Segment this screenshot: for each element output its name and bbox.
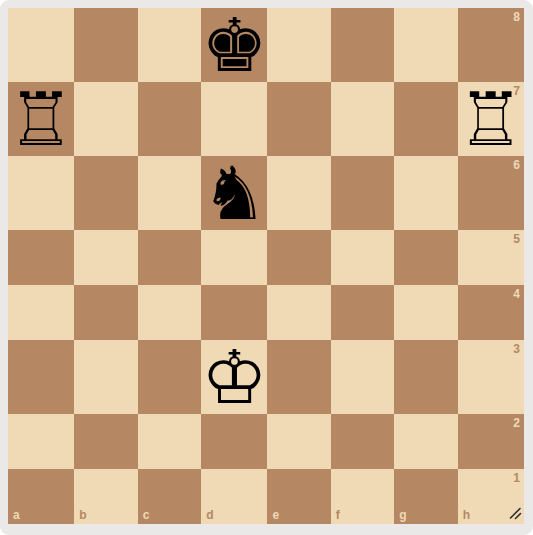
square-b1[interactable]: b <box>74 469 137 524</box>
square-g6[interactable] <box>394 156 457 230</box>
square-f5[interactable] <box>331 230 394 285</box>
square-h3[interactable]: 3 <box>458 340 524 414</box>
square-d3[interactable]: ♔ <box>201 340 267 414</box>
square-b7[interactable] <box>74 82 137 156</box>
square-e6[interactable] <box>267 156 330 230</box>
square-b8[interactable] <box>74 8 137 82</box>
square-c1[interactable]: c <box>138 469 201 524</box>
square-a1[interactable]: a <box>8 469 74 524</box>
square-f8[interactable] <box>331 8 394 82</box>
square-f4[interactable] <box>331 285 394 340</box>
coord-file-a: a <box>13 509 20 521</box>
resize-grip-icon <box>507 505 523 521</box>
square-f7[interactable] <box>331 82 394 156</box>
square-e2[interactable] <box>267 414 330 469</box>
coord-file-e: e <box>272 509 279 521</box>
piece-white-rook[interactable]: ♖ <box>8 82 74 156</box>
square-g5[interactable] <box>394 230 457 285</box>
piece-white-rook[interactable]: ♖ <box>458 82 524 156</box>
piece-white-king[interactable]: ♔ <box>201 340 267 414</box>
square-h8[interactable]: 8 <box>458 8 524 82</box>
coord-rank-4: 4 <box>513 288 520 300</box>
coord-rank-1: 1 <box>513 472 520 484</box>
coord-rank-5: 5 <box>513 233 520 245</box>
square-c8[interactable] <box>138 8 201 82</box>
square-f3[interactable] <box>331 340 394 414</box>
square-b3[interactable] <box>74 340 137 414</box>
square-d8[interactable]: ♚ <box>201 8 267 82</box>
coord-file-d: d <box>206 509 213 521</box>
square-f6[interactable] <box>331 156 394 230</box>
square-d2[interactable] <box>201 414 267 469</box>
square-f2[interactable] <box>331 414 394 469</box>
coord-rank-8: 8 <box>513 11 520 23</box>
square-h7[interactable]: 7♖ <box>458 82 524 156</box>
piece-black-king[interactable]: ♚ <box>201 8 267 82</box>
piece-black-knight[interactable]: ♞ <box>201 156 267 230</box>
square-g4[interactable] <box>394 285 457 340</box>
square-g8[interactable] <box>394 8 457 82</box>
square-c4[interactable] <box>138 285 201 340</box>
square-a5[interactable] <box>8 230 74 285</box>
square-d5[interactable] <box>201 230 267 285</box>
square-a8[interactable] <box>8 8 74 82</box>
coord-rank-3: 3 <box>513 343 520 355</box>
square-g2[interactable] <box>394 414 457 469</box>
square-e8[interactable] <box>267 8 330 82</box>
square-g7[interactable] <box>394 82 457 156</box>
coord-rank-2: 2 <box>513 417 520 429</box>
square-c5[interactable] <box>138 230 201 285</box>
square-h5[interactable]: 5 <box>458 230 524 285</box>
square-d4[interactable] <box>201 285 267 340</box>
square-h4[interactable]: 4 <box>458 285 524 340</box>
square-h6[interactable]: 6 <box>458 156 524 230</box>
square-g3[interactable] <box>394 340 457 414</box>
square-b6[interactable] <box>74 156 137 230</box>
square-d7[interactable] <box>201 82 267 156</box>
square-c2[interactable] <box>138 414 201 469</box>
square-e7[interactable] <box>267 82 330 156</box>
coord-file-f: f <box>336 509 340 521</box>
coord-file-g: g <box>399 509 406 521</box>
coord-file-b: b <box>79 509 86 521</box>
square-a2[interactable] <box>8 414 74 469</box>
chess-board: ♚8♖7♖♞654♔32abcdefg1h <box>8 8 524 524</box>
square-a4[interactable] <box>8 285 74 340</box>
square-d6[interactable]: ♞ <box>201 156 267 230</box>
square-e5[interactable] <box>267 230 330 285</box>
coord-file-c: c <box>143 509 150 521</box>
coord-file-h: h <box>463 509 470 521</box>
square-a3[interactable] <box>8 340 74 414</box>
square-g1[interactable]: g <box>394 469 457 524</box>
square-f1[interactable]: f <box>331 469 394 524</box>
square-c3[interactable] <box>138 340 201 414</box>
square-h2[interactable]: 2 <box>458 414 524 469</box>
square-e4[interactable] <box>267 285 330 340</box>
square-b2[interactable] <box>74 414 137 469</box>
square-a7[interactable]: ♖ <box>8 82 74 156</box>
square-e1[interactable]: e <box>267 469 330 524</box>
resize-handle[interactable] <box>507 505 523 521</box>
square-b5[interactable] <box>74 230 137 285</box>
square-c6[interactable] <box>138 156 201 230</box>
square-b4[interactable] <box>74 285 137 340</box>
square-e3[interactable] <box>267 340 330 414</box>
square-a6[interactable] <box>8 156 74 230</box>
square-d1[interactable]: d <box>201 469 267 524</box>
square-c7[interactable] <box>138 82 201 156</box>
board-page: ♚8♖7♖♞654♔32abcdefg1h <box>0 0 533 535</box>
